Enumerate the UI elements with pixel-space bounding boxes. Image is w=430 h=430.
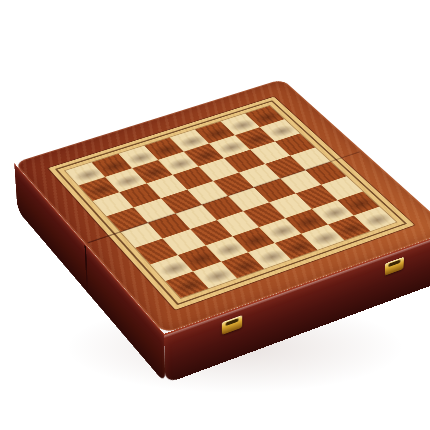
- product-photo-scene: ♜♞♝♛♚♝♞♜♟♟♟♟♟♟♟♟♟♟♟♟♟♟♟♟♜♞♝♛♚♝♞♜: [0, 0, 430, 430]
- chess-piece-glyph: ♟: [77, 136, 127, 192]
- square-a7[interactable]: ♟: [79, 177, 120, 201]
- latch-clasp-icon: [385, 257, 405, 276]
- fold-seam-left: [84, 244, 88, 293]
- chess-board-box: ♜♞♝♛♚♝♞♜♟♟♟♟♟♟♟♟♟♟♟♟♟♟♟♟♜♞♝♛♚♝♞♜: [14, 79, 430, 334]
- chess-piece-glyph: ♜: [159, 218, 222, 288]
- latch-clasp-icon: [222, 315, 242, 335]
- square-a1[interactable]: ♜: [165, 271, 208, 298]
